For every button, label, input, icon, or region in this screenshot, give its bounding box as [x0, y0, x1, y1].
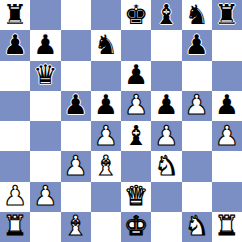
- square-b1[interactable]: [30, 212, 60, 242]
- square-h3[interactable]: [212, 151, 242, 181]
- piece-white-pawn[interactable]: ♟: [3, 182, 27, 209]
- square-h2[interactable]: [212, 182, 242, 212]
- square-a6[interactable]: [0, 61, 30, 91]
- square-c2[interactable]: [61, 182, 91, 212]
- square-d8[interactable]: [91, 0, 121, 30]
- square-f5[interactable]: ♟: [151, 91, 181, 121]
- piece-white-pawn[interactable]: ♟: [215, 122, 239, 149]
- square-h7[interactable]: [212, 30, 242, 60]
- piece-black-knight[interactable]: ♞: [94, 31, 118, 58]
- piece-black-bishop[interactable]: ♝: [154, 1, 178, 28]
- piece-black-pawn[interactable]: ♟: [33, 31, 57, 58]
- square-g2[interactable]: [182, 182, 212, 212]
- piece-white-rook[interactable]: ♜: [3, 212, 27, 239]
- square-e1[interactable]: ♚: [121, 212, 151, 242]
- square-e5[interactable]: ♟: [121, 91, 151, 121]
- square-g5[interactable]: ♟: [182, 91, 212, 121]
- piece-white-king[interactable]: ♚: [124, 212, 148, 239]
- piece-white-rook[interactable]: ♜: [215, 212, 239, 239]
- square-d7[interactable]: ♞: [91, 30, 121, 60]
- square-b2[interactable]: ♟: [30, 182, 60, 212]
- piece-white-pawn[interactable]: ♟: [124, 91, 148, 118]
- square-c6[interactable]: [61, 61, 91, 91]
- square-f8[interactable]: ♝: [151, 0, 181, 30]
- square-g1[interactable]: ♞: [182, 212, 212, 242]
- piece-black-pawn[interactable]: ♟: [94, 91, 118, 118]
- square-a1[interactable]: ♜: [0, 212, 30, 242]
- square-b3[interactable]: [30, 151, 60, 181]
- square-c4[interactable]: [61, 121, 91, 151]
- square-g6[interactable]: [182, 61, 212, 91]
- square-e6[interactable]: ♟: [121, 61, 151, 91]
- square-b8[interactable]: [30, 0, 60, 30]
- piece-black-pawn[interactable]: ♟: [64, 91, 88, 118]
- square-b4[interactable]: [30, 121, 60, 151]
- square-c3[interactable]: ♟: [61, 151, 91, 181]
- piece-black-pawn[interactable]: ♟: [3, 31, 27, 58]
- piece-white-pawn[interactable]: ♟: [33, 182, 57, 209]
- square-h8[interactable]: ♜: [212, 0, 242, 30]
- square-b5[interactable]: [30, 91, 60, 121]
- square-e7[interactable]: [121, 30, 151, 60]
- square-e2[interactable]: ♛: [121, 182, 151, 212]
- square-a2[interactable]: ♟: [0, 182, 30, 212]
- square-d2[interactable]: [91, 182, 121, 212]
- square-c1[interactable]: ♝: [61, 212, 91, 242]
- piece-white-pawn[interactable]: ♟: [64, 152, 88, 179]
- square-a8[interactable]: ♜: [0, 0, 30, 30]
- square-f3[interactable]: ♞: [151, 151, 181, 181]
- piece-black-king[interactable]: ♚: [124, 1, 148, 28]
- square-a5[interactable]: [0, 91, 30, 121]
- piece-white-knight[interactable]: ♞: [154, 152, 178, 179]
- piece-black-rook[interactable]: ♜: [215, 1, 239, 28]
- square-g4[interactable]: [182, 121, 212, 151]
- square-e4[interactable]: ♝: [121, 121, 151, 151]
- piece-white-bishop[interactable]: ♝: [94, 152, 118, 179]
- piece-white-bishop[interactable]: ♝: [64, 212, 88, 239]
- square-f2[interactable]: [151, 182, 181, 212]
- square-h4[interactable]: ♟: [212, 121, 242, 151]
- square-e3[interactable]: [121, 151, 151, 181]
- piece-black-pawn[interactable]: ♟: [154, 91, 178, 118]
- square-f6[interactable]: [151, 61, 181, 91]
- square-f7[interactable]: [151, 30, 181, 60]
- square-d5[interactable]: ♟: [91, 91, 121, 121]
- square-b6[interactable]: ♛: [30, 61, 60, 91]
- piece-black-pawn[interactable]: ♟: [185, 31, 209, 58]
- square-c5[interactable]: ♟: [61, 91, 91, 121]
- square-e8[interactable]: ♚: [121, 0, 151, 30]
- piece-white-queen[interactable]: ♛: [124, 182, 148, 209]
- square-h6[interactable]: [212, 61, 242, 91]
- square-d4[interactable]: ♟: [91, 121, 121, 151]
- chess-board: ♜♚♝♞♜♟♟♞♟♛♟♟♟♟♟♟♟♟♝♟♟♟♝♞♟♟♛♜♝♚♞♜: [0, 0, 242, 242]
- square-a4[interactable]: [0, 121, 30, 151]
- piece-black-knight[interactable]: ♞: [185, 1, 209, 28]
- piece-black-pawn[interactable]: ♟: [124, 61, 148, 88]
- square-f1[interactable]: [151, 212, 181, 242]
- square-h1[interactable]: ♜: [212, 212, 242, 242]
- square-c8[interactable]: [61, 0, 91, 30]
- square-h5[interactable]: ♟: [212, 91, 242, 121]
- piece-black-pawn[interactable]: ♟: [215, 91, 239, 118]
- square-f4[interactable]: ♟: [151, 121, 181, 151]
- square-g7[interactable]: ♟: [182, 30, 212, 60]
- square-d3[interactable]: ♝: [91, 151, 121, 181]
- piece-black-rook[interactable]: ♜: [3, 1, 27, 28]
- square-g3[interactable]: [182, 151, 212, 181]
- square-c7[interactable]: [61, 30, 91, 60]
- piece-white-knight[interactable]: ♞: [185, 212, 209, 239]
- piece-white-pawn[interactable]: ♟: [185, 91, 209, 118]
- square-a3[interactable]: [0, 151, 30, 181]
- square-d1[interactable]: [91, 212, 121, 242]
- piece-black-bishop[interactable]: ♝: [124, 122, 148, 149]
- square-d6[interactable]: [91, 61, 121, 91]
- piece-black-queen[interactable]: ♛: [33, 61, 57, 88]
- square-a7[interactable]: ♟: [0, 30, 30, 60]
- piece-white-pawn[interactable]: ♟: [154, 122, 178, 149]
- piece-white-pawn[interactable]: ♟: [94, 122, 118, 149]
- square-g8[interactable]: ♞: [182, 0, 212, 30]
- square-b7[interactable]: ♟: [30, 30, 60, 60]
